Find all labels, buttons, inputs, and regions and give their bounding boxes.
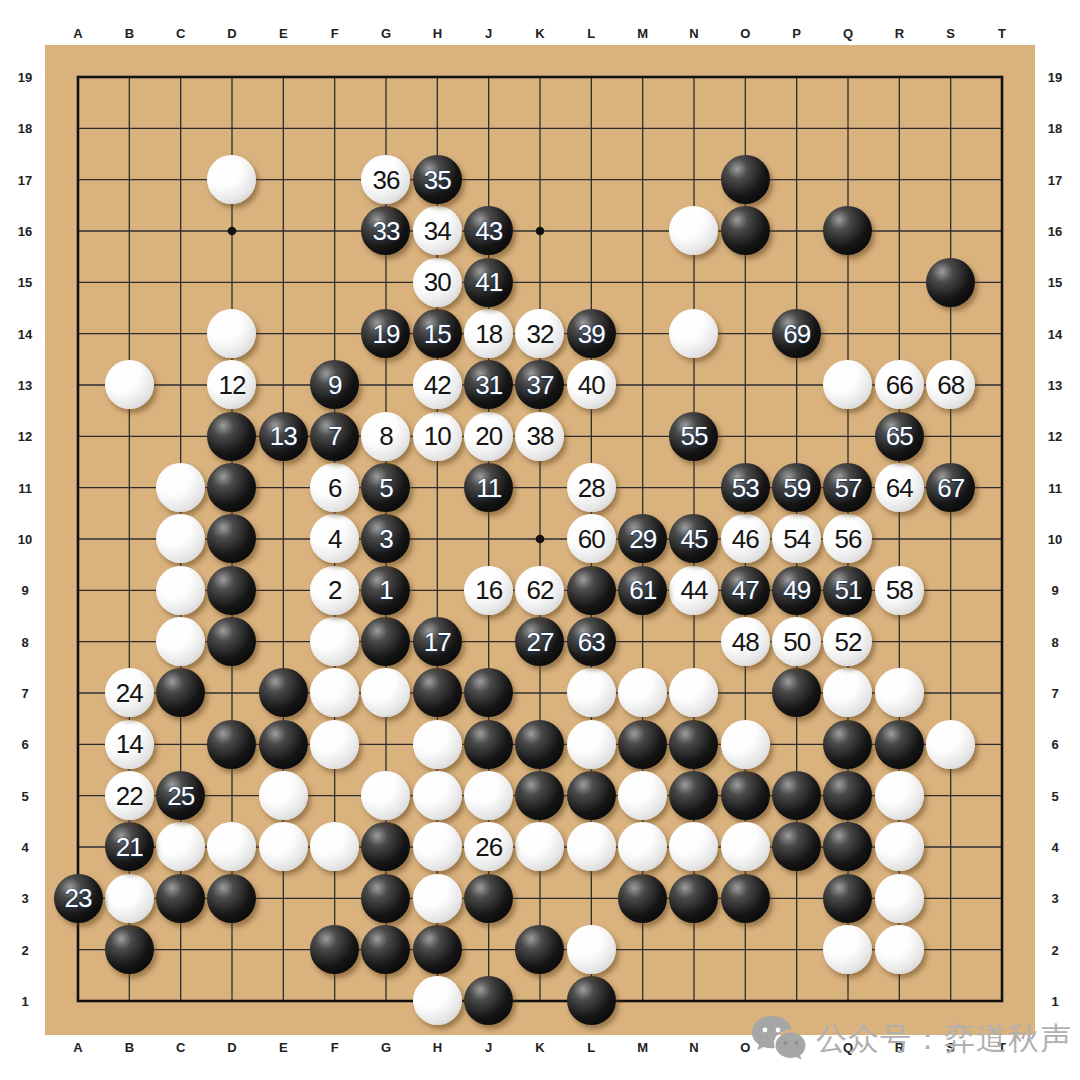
row-label-right: 5 — [1051, 788, 1058, 803]
stone-white-K9: 62 — [515, 566, 564, 615]
stone-white-R13: 66 — [875, 360, 924, 409]
row-label-right: 6 — [1051, 737, 1058, 752]
row-label-right: 7 — [1051, 685, 1058, 700]
stone-white-L4 — [567, 822, 616, 871]
stone-black-P5 — [772, 771, 821, 820]
col-label-bottom: E — [279, 1040, 288, 1055]
stone-black-P9: 49 — [772, 566, 821, 615]
stone-white-C8 — [156, 617, 205, 666]
stone-white-H6 — [413, 720, 462, 769]
stone-black-H2 — [413, 925, 462, 974]
stone-black-M3 — [618, 874, 667, 923]
stone-white-H16: 34 — [413, 206, 462, 255]
stone-white-E5 — [259, 771, 308, 820]
stone-white-R2 — [875, 925, 924, 974]
row-label-left: 8 — [21, 634, 28, 649]
stone-black-L14: 39 — [567, 309, 616, 358]
col-label-bottom: A — [73, 1040, 82, 1055]
stone-black-J6 — [464, 720, 513, 769]
row-label-left: 7 — [21, 685, 28, 700]
col-label-bottom: G — [381, 1040, 391, 1055]
col-label-top: J — [485, 26, 492, 41]
stone-white-J5 — [464, 771, 513, 820]
stone-black-L8: 63 — [567, 617, 616, 666]
stone-black-D6 — [207, 720, 256, 769]
stone-black-C3 — [156, 874, 205, 923]
stone-white-K12: 38 — [515, 412, 564, 461]
stone-black-H8: 17 — [413, 617, 462, 666]
col-label-top: K — [535, 26, 544, 41]
stone-white-O4 — [721, 822, 770, 871]
col-label-bottom: H — [433, 1040, 442, 1055]
row-label-right: 19 — [1048, 70, 1062, 85]
col-label-bottom: B — [125, 1040, 134, 1055]
stone-white-P8: 50 — [772, 617, 821, 666]
stone-white-J14: 18 — [464, 309, 513, 358]
col-label-bottom: C — [176, 1040, 185, 1055]
stone-black-S15 — [926, 258, 975, 307]
stone-white-H13: 42 — [413, 360, 462, 409]
stone-white-J9: 16 — [464, 566, 513, 615]
row-label-left: 15 — [18, 275, 32, 290]
stone-black-Q6 — [823, 720, 872, 769]
stone-black-H14: 15 — [413, 309, 462, 358]
col-label-top: P — [792, 26, 801, 41]
stone-black-O5 — [721, 771, 770, 820]
row-label-left: 18 — [18, 121, 32, 136]
stone-black-J3 — [464, 874, 513, 923]
stone-black-O11: 53 — [721, 463, 770, 512]
stone-white-E4 — [259, 822, 308, 871]
col-label-bottom: J — [485, 1040, 492, 1055]
stone-white-L2 — [567, 925, 616, 974]
row-label-left: 17 — [18, 172, 32, 187]
stone-black-R12: 65 — [875, 412, 924, 461]
col-label-top: A — [73, 26, 82, 41]
stone-black-D12 — [207, 412, 256, 461]
col-label-top: Q — [843, 26, 853, 41]
stone-black-B4: 21 — [105, 822, 154, 871]
stone-white-B3 — [105, 874, 154, 923]
stone-black-P11: 59 — [772, 463, 821, 512]
stone-white-C11 — [156, 463, 205, 512]
col-label-top: G — [381, 26, 391, 41]
stone-black-M6 — [618, 720, 667, 769]
row-label-right: 10 — [1048, 531, 1062, 546]
col-label-top: D — [227, 26, 236, 41]
stone-white-R9: 58 — [875, 566, 924, 615]
stone-white-O8: 48 — [721, 617, 770, 666]
stone-white-L11: 28 — [567, 463, 616, 512]
stone-black-L5 — [567, 771, 616, 820]
col-label-top: E — [279, 26, 288, 41]
row-label-right: 3 — [1051, 891, 1058, 906]
stone-black-A3: 23 — [54, 874, 103, 923]
row-label-right: 9 — [1051, 583, 1058, 598]
watermark-text: 公众号：弈道秋声 — [816, 1018, 1072, 1060]
stone-white-F9: 2 — [310, 566, 359, 615]
row-label-right: 17 — [1048, 172, 1062, 187]
stone-black-O9: 47 — [721, 566, 770, 615]
stone-black-N3 — [669, 874, 718, 923]
stone-black-Q3 — [823, 874, 872, 923]
stone-black-L1 — [567, 976, 616, 1025]
col-label-top: O — [740, 26, 750, 41]
row-label-right: 2 — [1051, 942, 1058, 957]
row-label-left: 2 — [21, 942, 28, 957]
stone-black-D9 — [207, 566, 256, 615]
row-label-left: 9 — [21, 583, 28, 598]
stone-black-Q9: 51 — [823, 566, 872, 615]
wechat-icon — [750, 1014, 808, 1064]
stone-white-O10: 46 — [721, 514, 770, 563]
stone-white-F11: 6 — [310, 463, 359, 512]
row-label-right: 8 — [1051, 634, 1058, 649]
stone-white-L6 — [567, 720, 616, 769]
row-label-left: 19 — [18, 70, 32, 85]
row-label-right: 4 — [1051, 839, 1058, 854]
stone-black-D3 — [207, 874, 256, 923]
stone-black-C5: 25 — [156, 771, 205, 820]
row-label-left: 11 — [18, 480, 32, 495]
stone-white-L13: 40 — [567, 360, 616, 409]
col-label-bottom: M — [637, 1040, 648, 1055]
stone-white-J12: 20 — [464, 412, 513, 461]
row-label-left: 4 — [21, 839, 28, 854]
col-label-bottom: L — [587, 1040, 595, 1055]
stone-white-F8 — [310, 617, 359, 666]
stone-black-E12: 13 — [259, 412, 308, 461]
stone-white-H1 — [413, 976, 462, 1025]
stone-white-R11: 64 — [875, 463, 924, 512]
row-label-right: 1 — [1051, 993, 1058, 1008]
stone-white-R7 — [875, 668, 924, 717]
stone-black-L9 — [567, 566, 616, 615]
stone-white-N9: 44 — [669, 566, 718, 615]
col-label-top: B — [125, 26, 134, 41]
stone-black-M9: 61 — [618, 566, 667, 615]
watermark: 公众号：弈道秋声 — [750, 1014, 1072, 1064]
stone-black-O17 — [721, 155, 770, 204]
stone-white-C9 — [156, 566, 205, 615]
row-label-right: 16 — [1048, 223, 1062, 238]
row-label-left: 1 — [21, 993, 28, 1008]
stone-black-G3 — [361, 874, 410, 923]
row-label-left: 6 — [21, 737, 28, 752]
stone-white-R4 — [875, 822, 924, 871]
stone-black-H17: 35 — [413, 155, 462, 204]
row-label-right: 14 — [1048, 326, 1062, 341]
stone-black-O16 — [721, 206, 770, 255]
stone-white-H5 — [413, 771, 462, 820]
row-label-right: 12 — [1048, 429, 1062, 444]
stone-white-B5: 22 — [105, 771, 154, 820]
stone-black-G9: 1 — [361, 566, 410, 615]
row-label-right: 18 — [1048, 121, 1062, 136]
stone-white-O6 — [721, 720, 770, 769]
stone-black-J15: 41 — [464, 258, 513, 307]
row-label-left: 14 — [18, 326, 32, 341]
row-label-left: 3 — [21, 891, 28, 906]
star-point — [536, 535, 545, 544]
col-label-top: F — [331, 26, 339, 41]
stone-black-S11: 67 — [926, 463, 975, 512]
col-label-bottom: D — [227, 1040, 236, 1055]
stone-black-N12: 55 — [669, 412, 718, 461]
star-point — [536, 227, 545, 236]
row-label-right: 13 — [1048, 377, 1062, 392]
col-label-bottom: K — [535, 1040, 544, 1055]
stone-black-K6 — [515, 720, 564, 769]
col-label-top: T — [998, 26, 1006, 41]
stone-black-E7 — [259, 668, 308, 717]
row-label-left: 5 — [21, 788, 28, 803]
stone-white-B7: 24 — [105, 668, 154, 717]
col-label-bottom: N — [689, 1040, 698, 1055]
col-label-top: C — [176, 26, 185, 41]
stone-black-R6 — [875, 720, 924, 769]
stone-white-R5 — [875, 771, 924, 820]
stone-white-M5 — [618, 771, 667, 820]
star-point — [228, 227, 237, 236]
stone-white-H4 — [413, 822, 462, 871]
col-label-bottom: F — [331, 1040, 339, 1055]
row-label-right: 11 — [1048, 480, 1062, 495]
stone-black-E6 — [259, 720, 308, 769]
row-label-left: 13 — [18, 377, 32, 392]
stone-white-B6: 14 — [105, 720, 154, 769]
stone-white-B13 — [105, 360, 154, 409]
stone-white-R3 — [875, 874, 924, 923]
stone-white-L10: 60 — [567, 514, 616, 563]
col-label-top: L — [587, 26, 595, 41]
col-label-top: H — [433, 26, 442, 41]
stone-black-P14: 69 — [772, 309, 821, 358]
stone-black-N6 — [669, 720, 718, 769]
stone-black-H7 — [413, 668, 462, 717]
go-diagram-page: AABBCCDDEEFFGGHHJJKKLLMMNNOOPPQQRRSSTT19… — [0, 0, 1080, 1080]
stone-white-G12: 8 — [361, 412, 410, 461]
col-label-top: S — [946, 26, 955, 41]
stone-black-F2 — [310, 925, 359, 974]
stone-white-F6 — [310, 720, 359, 769]
row-label-left: 12 — [18, 429, 32, 444]
row-label-left: 16 — [18, 223, 32, 238]
stone-white-H12: 10 — [413, 412, 462, 461]
stone-white-L7 — [567, 668, 616, 717]
col-label-bottom: O — [740, 1040, 750, 1055]
col-label-top: R — [895, 26, 904, 41]
stone-white-H15: 30 — [413, 258, 462, 307]
col-label-top: N — [689, 26, 698, 41]
stone-white-H3 — [413, 874, 462, 923]
stone-black-F12: 7 — [310, 412, 359, 461]
stone-black-J11: 11 — [464, 463, 513, 512]
stone-black-B2 — [105, 925, 154, 974]
row-label-right: 15 — [1048, 275, 1062, 290]
stone-black-O3 — [721, 874, 770, 923]
row-label-left: 10 — [18, 531, 32, 546]
stone-white-S6 — [926, 720, 975, 769]
col-label-top: M — [637, 26, 648, 41]
